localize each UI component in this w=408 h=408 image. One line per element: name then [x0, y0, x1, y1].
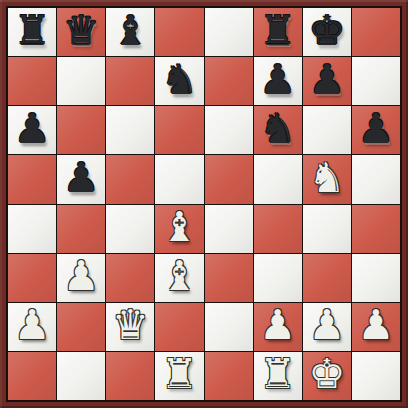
square-e8[interactable]	[205, 8, 253, 56]
square-d5[interactable]	[155, 155, 203, 203]
square-b3[interactable]: ♟	[57, 254, 105, 302]
square-e2[interactable]	[205, 303, 253, 351]
piece-black-knight[interactable]: ♞	[161, 60, 198, 101]
square-c2[interactable]: ♛	[106, 303, 154, 351]
square-c8[interactable]: ♝	[106, 8, 154, 56]
square-h2[interactable]: ♟	[352, 303, 400, 351]
piece-black-knight[interactable]: ♞	[259, 109, 296, 150]
square-e6[interactable]	[205, 106, 253, 154]
piece-white-rook[interactable]: ♜	[161, 354, 198, 395]
piece-white-bishop[interactable]: ♝	[161, 256, 198, 297]
piece-black-pawn[interactable]: ♟	[308, 60, 345, 101]
piece-black-rook[interactable]: ♜	[259, 11, 296, 52]
square-b7[interactable]	[57, 57, 105, 105]
square-h8[interactable]	[352, 8, 400, 56]
square-g4[interactable]	[303, 205, 351, 253]
board-frame: ♜♛♝♜♚♞♟♟♟♞♟♟♞♝♟♝♟♛♟♟♟♜♜♚	[0, 0, 408, 408]
square-g7[interactable]: ♟	[303, 57, 351, 105]
piece-white-knight[interactable]: ♞	[308, 158, 345, 199]
square-h4[interactable]	[352, 205, 400, 253]
square-c4[interactable]	[106, 205, 154, 253]
square-c3[interactable]	[106, 254, 154, 302]
square-b5[interactable]: ♟	[57, 155, 105, 203]
square-d6[interactable]	[155, 106, 203, 154]
piece-black-pawn[interactable]: ♟	[259, 60, 296, 101]
square-a4[interactable]	[8, 205, 56, 253]
square-e4[interactable]	[205, 205, 253, 253]
square-a3[interactable]	[8, 254, 56, 302]
square-b2[interactable]	[57, 303, 105, 351]
square-d1[interactable]: ♜	[155, 352, 203, 400]
piece-black-bishop[interactable]: ♝	[112, 11, 149, 52]
square-h1[interactable]	[352, 352, 400, 400]
square-a2[interactable]: ♟	[8, 303, 56, 351]
piece-black-rook[interactable]: ♜	[14, 11, 51, 52]
square-d7[interactable]: ♞	[155, 57, 203, 105]
square-h6[interactable]: ♟	[352, 106, 400, 154]
square-a6[interactable]: ♟	[8, 106, 56, 154]
square-g1[interactable]: ♚	[303, 352, 351, 400]
square-g8[interactable]: ♚	[303, 8, 351, 56]
square-e1[interactable]	[205, 352, 253, 400]
square-f6[interactable]: ♞	[254, 106, 302, 154]
square-h7[interactable]	[352, 57, 400, 105]
piece-white-rook[interactable]: ♜	[259, 354, 296, 395]
piece-black-pawn[interactable]: ♟	[63, 158, 100, 199]
piece-white-queen[interactable]: ♛	[112, 305, 149, 346]
square-e5[interactable]	[205, 155, 253, 203]
square-c7[interactable]	[106, 57, 154, 105]
square-f4[interactable]	[254, 205, 302, 253]
square-b6[interactable]	[57, 106, 105, 154]
piece-white-pawn[interactable]: ♟	[63, 256, 100, 297]
piece-white-bishop[interactable]: ♝	[161, 207, 198, 248]
square-d8[interactable]	[155, 8, 203, 56]
square-e3[interactable]	[205, 254, 253, 302]
piece-black-queen[interactable]: ♛	[63, 11, 100, 52]
square-b8[interactable]: ♛	[57, 8, 105, 56]
square-g6[interactable]	[303, 106, 351, 154]
square-f5[interactable]	[254, 155, 302, 203]
square-g3[interactable]	[303, 254, 351, 302]
square-a7[interactable]	[8, 57, 56, 105]
square-g2[interactable]: ♟	[303, 303, 351, 351]
square-f7[interactable]: ♟	[254, 57, 302, 105]
square-b1[interactable]	[57, 352, 105, 400]
square-c5[interactable]	[106, 155, 154, 203]
square-c6[interactable]	[106, 106, 154, 154]
piece-white-king[interactable]: ♚	[308, 354, 345, 395]
chess-board: ♜♛♝♜♚♞♟♟♟♞♟♟♞♝♟♝♟♛♟♟♟♜♜♚	[6, 6, 402, 402]
square-f8[interactable]: ♜	[254, 8, 302, 56]
piece-white-pawn[interactable]: ♟	[14, 305, 51, 346]
square-e7[interactable]	[205, 57, 253, 105]
piece-black-pawn[interactable]: ♟	[14, 109, 51, 150]
square-f3[interactable]	[254, 254, 302, 302]
square-h5[interactable]	[352, 155, 400, 203]
square-a1[interactable]	[8, 352, 56, 400]
square-h3[interactable]	[352, 254, 400, 302]
square-c1[interactable]	[106, 352, 154, 400]
square-f1[interactable]: ♜	[254, 352, 302, 400]
square-g5[interactable]: ♞	[303, 155, 351, 203]
piece-black-king[interactable]: ♚	[308, 11, 345, 52]
piece-white-pawn[interactable]: ♟	[358, 305, 395, 346]
square-d2[interactable]	[155, 303, 203, 351]
square-f2[interactable]: ♟	[254, 303, 302, 351]
piece-white-pawn[interactable]: ♟	[308, 305, 345, 346]
square-a8[interactable]: ♜	[8, 8, 56, 56]
piece-white-pawn[interactable]: ♟	[259, 305, 296, 346]
square-a5[interactable]	[8, 155, 56, 203]
square-b4[interactable]	[57, 205, 105, 253]
square-d4[interactable]: ♝	[155, 205, 203, 253]
square-d3[interactable]: ♝	[155, 254, 203, 302]
piece-black-pawn[interactable]: ♟	[358, 109, 395, 150]
